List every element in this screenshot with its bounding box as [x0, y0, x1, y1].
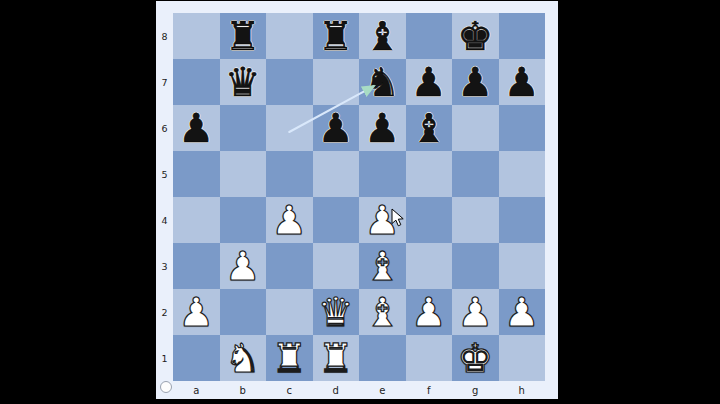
square-h3[interactable]	[499, 243, 546, 289]
rank-label-4: 4	[156, 197, 173, 243]
square-f1[interactable]	[406, 335, 453, 381]
rank-label-8: 8	[156, 13, 173, 59]
square-g4[interactable]	[452, 197, 499, 243]
square-f7[interactable]: ♟	[406, 59, 453, 105]
file-label-c: c	[266, 381, 313, 399]
black-queen[interactable]: ♛	[225, 59, 261, 105]
square-a7[interactable]	[173, 59, 220, 105]
square-e7[interactable]: ♞	[359, 59, 406, 105]
square-a8[interactable]	[173, 13, 220, 59]
square-g8[interactable]: ♚	[452, 13, 499, 59]
white-king[interactable]: ♚	[457, 335, 493, 381]
square-a6[interactable]: ♟	[173, 105, 220, 151]
file-labels: abcdefgh	[173, 381, 545, 399]
square-c5[interactable]	[266, 151, 313, 197]
square-c6[interactable]	[266, 105, 313, 151]
square-b5[interactable]	[220, 151, 267, 197]
rank-label-6: 6	[156, 105, 173, 151]
square-e3[interactable]: ♝	[359, 243, 406, 289]
square-d7[interactable]	[313, 59, 360, 105]
white-bishop[interactable]: ♝	[364, 243, 400, 289]
square-h5[interactable]	[499, 151, 546, 197]
white-pawn[interactable]: ♟	[225, 243, 261, 289]
square-c1[interactable]: ♜	[266, 335, 313, 381]
white-bishop[interactable]: ♝	[364, 289, 400, 335]
chess-board[interactable]: ♜♜♝♚♛♞♟♟♟♟♟♟♝♟♟♟♝♟♛♝♟♟♟♞♜♜♚	[173, 13, 545, 381]
square-d3[interactable]	[313, 243, 360, 289]
square-g3[interactable]	[452, 243, 499, 289]
square-g5[interactable]	[452, 151, 499, 197]
black-pawn[interactable]: ♟	[411, 59, 447, 105]
white-pawn[interactable]: ♟	[178, 289, 214, 335]
black-king[interactable]: ♚	[457, 13, 493, 59]
white-pawn[interactable]: ♟	[271, 197, 307, 243]
square-d6[interactable]: ♟	[313, 105, 360, 151]
square-g6[interactable]	[452, 105, 499, 151]
square-b1[interactable]: ♞	[220, 335, 267, 381]
square-h2[interactable]: ♟	[499, 289, 546, 335]
white-rook[interactable]: ♜	[271, 335, 307, 381]
square-e6[interactable]: ♟	[359, 105, 406, 151]
black-knight[interactable]: ♞	[364, 59, 400, 105]
square-h1[interactable]	[499, 335, 546, 381]
black-bishop[interactable]: ♝	[364, 13, 400, 59]
white-pawn[interactable]: ♟	[364, 197, 400, 243]
square-f2[interactable]: ♟	[406, 289, 453, 335]
white-pawn[interactable]: ♟	[504, 289, 540, 335]
square-a4[interactable]	[173, 197, 220, 243]
black-pawn[interactable]: ♟	[318, 105, 354, 151]
square-e1[interactable]	[359, 335, 406, 381]
square-b3[interactable]: ♟	[220, 243, 267, 289]
square-e4[interactable]: ♟	[359, 197, 406, 243]
white-pawn[interactable]: ♟	[457, 289, 493, 335]
square-e5[interactable]	[359, 151, 406, 197]
square-c8[interactable]	[266, 13, 313, 59]
square-f6[interactable]: ♝	[406, 105, 453, 151]
board-panel: 87654321 ♜♜♝♚♛♞♟♟♟♟♟♟♝♟♟♟♝♟♛♝♟♟♟♞♜♜♚ abc…	[156, 1, 558, 399]
square-g7[interactable]: ♟	[452, 59, 499, 105]
black-bishop[interactable]: ♝	[411, 105, 447, 151]
square-b4[interactable]	[220, 197, 267, 243]
square-d2[interactable]: ♛	[313, 289, 360, 335]
white-knight[interactable]: ♞	[225, 335, 261, 381]
square-c7[interactable]	[266, 59, 313, 105]
square-a5[interactable]	[173, 151, 220, 197]
rank-label-3: 3	[156, 243, 173, 289]
rank-labels: 87654321	[156, 13, 173, 381]
square-b6[interactable]	[220, 105, 267, 151]
square-a1[interactable]	[173, 335, 220, 381]
square-h4[interactable]	[499, 197, 546, 243]
square-b2[interactable]	[220, 289, 267, 335]
square-h6[interactable]	[499, 105, 546, 151]
square-e2[interactable]: ♝	[359, 289, 406, 335]
file-label-a: a	[173, 381, 220, 399]
square-d8[interactable]: ♜	[313, 13, 360, 59]
square-a3[interactable]	[173, 243, 220, 289]
square-g2[interactable]: ♟	[452, 289, 499, 335]
white-rook[interactable]: ♜	[318, 335, 354, 381]
square-c3[interactable]	[266, 243, 313, 289]
black-rook[interactable]: ♜	[225, 13, 261, 59]
white-queen[interactable]: ♛	[318, 289, 354, 335]
file-label-g: g	[452, 381, 499, 399]
rank-label-5: 5	[156, 151, 173, 197]
square-d5[interactable]	[313, 151, 360, 197]
white-pawn[interactable]: ♟	[411, 289, 447, 335]
square-c2[interactable]	[266, 289, 313, 335]
square-c4[interactable]: ♟	[266, 197, 313, 243]
file-label-f: f	[406, 381, 453, 399]
square-f3[interactable]	[406, 243, 453, 289]
rank-label-7: 7	[156, 59, 173, 105]
square-f4[interactable]	[406, 197, 453, 243]
file-label-e: e	[359, 381, 406, 399]
square-f5[interactable]	[406, 151, 453, 197]
file-label-d: d	[313, 381, 360, 399]
square-h7[interactable]: ♟	[499, 59, 546, 105]
black-pawn[interactable]: ♟	[364, 105, 400, 151]
rank-label-1: 1	[156, 335, 173, 381]
square-g1[interactable]: ♚	[452, 335, 499, 381]
square-d1[interactable]: ♜	[313, 335, 360, 381]
rank-label-2: 2	[156, 289, 173, 335]
file-label-h: h	[499, 381, 546, 399]
square-d4[interactable]	[313, 197, 360, 243]
turn-indicator-circle	[160, 381, 172, 393]
black-rook[interactable]: ♜	[318, 13, 354, 59]
square-b7[interactable]: ♛	[220, 59, 267, 105]
square-a2[interactable]: ♟	[173, 289, 220, 335]
square-h8[interactable]	[499, 13, 546, 59]
black-pawn[interactable]: ♟	[457, 59, 493, 105]
file-label-b: b	[220, 381, 267, 399]
square-f8[interactable]	[406, 13, 453, 59]
square-b8[interactable]: ♜	[220, 13, 267, 59]
black-pawn[interactable]: ♟	[178, 105, 214, 151]
black-pawn[interactable]: ♟	[504, 59, 540, 105]
square-e8[interactable]: ♝	[359, 13, 406, 59]
